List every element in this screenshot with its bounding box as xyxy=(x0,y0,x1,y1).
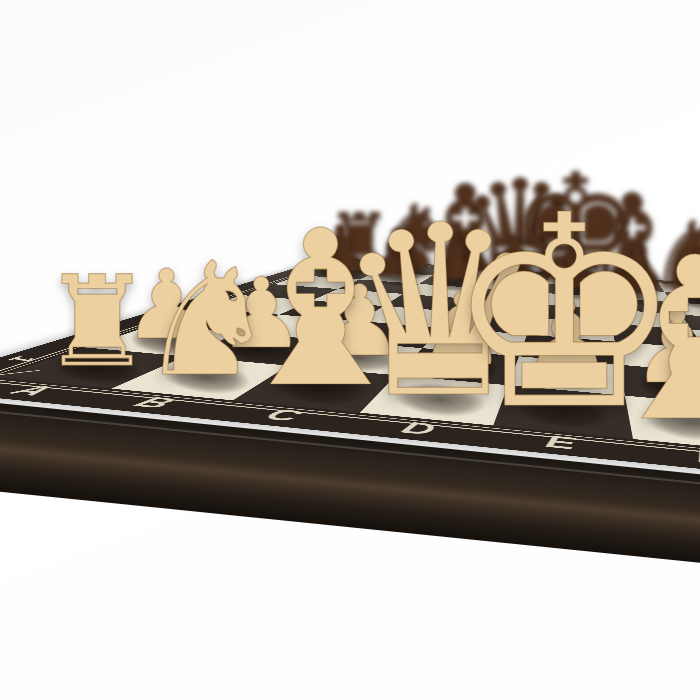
piece-black-knight-g8: ♞ xyxy=(649,210,700,302)
piece-black-knight-b8: ♞ xyxy=(372,193,452,282)
piece-shadow-d7 xyxy=(485,275,544,301)
piece-shadow-e8 xyxy=(548,271,603,295)
piece-black-pawn-d7: ♟ xyxy=(485,229,544,295)
piece-white-pawn-c2: ♟ xyxy=(316,272,404,370)
piece-shadow-c2 xyxy=(309,336,410,381)
piece-white-queen-d1: ♛ xyxy=(334,194,546,431)
piece-shadow-f2 xyxy=(624,362,700,410)
piece-shadow-g8 xyxy=(662,279,700,304)
piece-shadow-d8 xyxy=(493,267,547,291)
piece-black-queen-d8: ♛ xyxy=(460,163,579,296)
piece-white-king-e1: ♚ xyxy=(445,181,683,447)
piece-shadow-b1 xyxy=(148,352,265,404)
piece-black-bishop-c8: ♝ xyxy=(411,170,519,291)
piece-shadow-g7 xyxy=(669,287,700,314)
piece-white-pawn-a2: ♟ xyxy=(124,257,210,353)
piece-shadow-a1 xyxy=(40,343,154,394)
piece-black-pawn-f7: ♟ xyxy=(607,237,667,304)
piece-shadow-c8 xyxy=(438,264,492,288)
piece-shadow-f1 xyxy=(631,395,700,452)
piece-shadow-b7 xyxy=(368,267,426,293)
piece-shadow-b8 xyxy=(385,260,438,284)
piece-shadow-c7 xyxy=(426,271,484,297)
piece-shadow-e2 xyxy=(515,353,620,400)
piece-white-knight-b1: ♞ xyxy=(136,241,277,398)
piece-shadow-c1 xyxy=(261,362,380,415)
piece-white-pawn-b2: ♟ xyxy=(218,264,305,361)
piece-black-pawn-g7: ♟ xyxy=(669,241,700,309)
piece-black-rook-a8: ♜ xyxy=(327,204,392,276)
piece-white-pawn-d2: ♟ xyxy=(417,280,506,379)
piece-shadow-e1 xyxy=(502,384,626,439)
piece-white-pawn-e2: ♟ xyxy=(522,287,613,388)
piece-shadow-f7 xyxy=(606,283,666,310)
piece-black-bishop-f8: ♝ xyxy=(577,179,688,303)
piece-black-pawn-b7: ♟ xyxy=(368,222,426,287)
piece-shadow-b2 xyxy=(212,328,312,372)
piece-white-bishop-c1: ♝ xyxy=(224,202,417,417)
piece-white-rook-a1: ♜ xyxy=(41,259,153,384)
pieces-layer: ♜♞♝♛♚♝♞♜♟♟♟♟♟♟♟♟♟♟♟♟♟♟♟♜♞♝♛♚♝ xyxy=(0,0,700,700)
piece-black-pawn-c7: ♟ xyxy=(426,225,485,291)
piece-white-bishop-f1: ♝ xyxy=(593,228,700,453)
piece-black-king-e8: ♚ xyxy=(510,155,642,302)
piece-shadow-a2 xyxy=(118,320,216,364)
piece-shadow-a8 xyxy=(333,256,386,280)
piece-black-pawn-e7: ♟ xyxy=(545,233,605,300)
piece-shadow-a7 xyxy=(312,263,369,288)
chess-set-photo: ABCDEFGH 1 ♜♞♝♛♚♝♞♜♟♟♟♟♟♟♟♟♟♟♟♟♟♟♟♜♞♝♛♚♝ xyxy=(0,0,700,700)
piece-shadow-d1 xyxy=(379,373,501,427)
piece-shadow-e7 xyxy=(545,279,605,306)
piece-shadow-f8 xyxy=(605,275,660,300)
piece-black-pawn-a7: ♟ xyxy=(311,217,369,282)
piece-white-pawn-f2: ♟ xyxy=(631,296,700,398)
piece-shadow-d2 xyxy=(410,344,513,390)
